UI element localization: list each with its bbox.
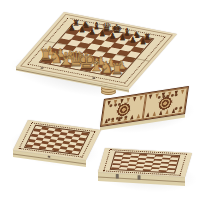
backgammon-dark-stone: [170, 94, 174, 97]
backgammon-point: [180, 89, 185, 95]
backgammon-dark-stone: [109, 104, 113, 107]
edge-seam: [98, 176, 185, 182]
backgammon-point: [152, 111, 157, 117]
product-photo: ♜♞♝♛♚♝♞♜♟♟♟♟♟♟♟♟♟♟♟♟♟♟♟♟♜♞♝♛♚♝♞♜: [0, 0, 200, 198]
hinge-icon: [116, 173, 119, 178]
backgammon-point: [130, 114, 135, 120]
backgammon-point: [146, 112, 151, 118]
backgammon-point: [126, 97, 131, 103]
game-box-closed: [98, 148, 192, 177]
backgammon-point: [158, 110, 163, 116]
closed-box-squares: [110, 152, 180, 173]
backgammon-point: [148, 94, 153, 100]
backgammon-dark-stone: [114, 103, 118, 106]
backgammon-point: [139, 95, 144, 101]
backgammon-point: [136, 113, 141, 119]
hinge-icon: [138, 175, 141, 180]
backgammon-point: [132, 96, 137, 102]
backgammon-point: [165, 109, 170, 115]
